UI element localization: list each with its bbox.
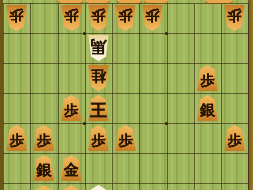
star-point <box>83 122 86 125</box>
koma-glyph: 歩 <box>119 9 133 23</box>
board-grid-line-vertical <box>112 3 113 190</box>
gote-hand-tray-piece-sliver[interactable] <box>144 0 168 4</box>
koma-glyph: 歩 <box>200 73 214 87</box>
board-grid-line-vertical <box>30 3 31 190</box>
board-grid-line-vertical <box>194 3 195 190</box>
koma-glyph: 王 <box>90 102 107 119</box>
board-grid-line-horizontal <box>3 63 248 64</box>
koma-glyph: 金 <box>64 163 79 178</box>
koma-glyph: 歩 <box>228 133 242 147</box>
koma-glyph: 銀 <box>36 163 51 178</box>
board-grid-line-vertical <box>248 3 249 190</box>
koma-glyph: 桂 <box>91 69 106 84</box>
koma-glyph: 歩 <box>64 9 78 23</box>
koma-glyph: 歩 <box>64 103 78 117</box>
board-grid-line-vertical <box>139 3 140 190</box>
gote-hand-tray-piece-sliver[interactable] <box>117 0 142 4</box>
board-grid-line-vertical <box>221 3 222 190</box>
board-grid-line-horizontal <box>3 93 248 94</box>
board-grid-line-vertical <box>3 3 4 190</box>
koma-glyph: 歩 <box>10 133 24 147</box>
star-point <box>83 32 86 35</box>
shogi-board-screenshot: 歩歩歩歩歩歩馬桂歩歩王銀歩歩歩歩歩銀金桂 <box>0 0 253 190</box>
koma-glyph: 歩 <box>91 133 105 147</box>
board-grid-line-vertical <box>58 3 59 190</box>
koma-glyph: 歩 <box>119 133 133 147</box>
koma-glyph: 馬 <box>90 38 106 54</box>
gote-hand-tray-piece-sliver[interactable] <box>58 0 83 4</box>
board-grid-line-horizontal <box>3 123 248 124</box>
gote-hand-tray-piece-sliver[interactable] <box>85 0 110 4</box>
star-point <box>165 122 168 125</box>
koma-glyph: 銀 <box>200 103 215 118</box>
star-point <box>165 32 168 35</box>
koma-glyph: 歩 <box>10 9 24 23</box>
koma-glyph: 歩 <box>146 9 160 23</box>
gote-hand-tray-piece-sliver[interactable] <box>205 0 233 4</box>
koma-glyph: 歩 <box>228 9 242 23</box>
board-grid-line-horizontal <box>3 153 248 154</box>
koma-glyph: 歩 <box>37 133 51 147</box>
koma-glyph: 歩 <box>91 9 105 23</box>
board-grid-line-horizontal <box>3 33 248 34</box>
board-grid-line-vertical <box>85 3 86 190</box>
board-grid-line-horizontal <box>3 183 248 184</box>
